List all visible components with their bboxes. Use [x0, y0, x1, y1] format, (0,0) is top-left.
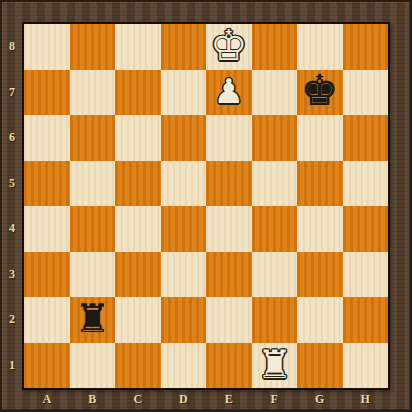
square-b8[interactable]: [70, 24, 116, 70]
rank-label-7: 7: [0, 70, 22, 116]
square-f3[interactable]: [252, 252, 298, 298]
square-e8[interactable]: ♚: [206, 24, 252, 70]
square-g7[interactable]: ♚: [297, 70, 343, 116]
square-a1[interactable]: [24, 343, 70, 389]
square-c8[interactable]: [115, 24, 161, 70]
square-a4[interactable]: [24, 206, 70, 252]
square-c2[interactable]: [115, 297, 161, 343]
white-rook[interactable]: ♜: [257, 345, 292, 384]
square-g1[interactable]: [297, 343, 343, 389]
square-d8[interactable]: [161, 24, 207, 70]
square-h2[interactable]: [343, 297, 389, 343]
white-king[interactable]: ♚: [210, 25, 248, 67]
square-h3[interactable]: [343, 252, 389, 298]
square-b7[interactable]: [70, 70, 116, 116]
rank-label-6: 6: [0, 115, 22, 161]
square-a8[interactable]: [24, 24, 70, 70]
square-a2[interactable]: [24, 297, 70, 343]
square-e4[interactable]: [206, 206, 252, 252]
square-b5[interactable]: [70, 161, 116, 207]
square-f2[interactable]: [252, 297, 298, 343]
square-d1[interactable]: [161, 343, 207, 389]
square-c4[interactable]: [115, 206, 161, 252]
square-c6[interactable]: [115, 115, 161, 161]
file-label-h: H: [343, 389, 389, 409]
square-h8[interactable]: [343, 24, 389, 70]
file-label-a: A: [24, 389, 70, 409]
square-c7[interactable]: [115, 70, 161, 116]
rank-label-8: 8: [0, 24, 22, 70]
square-h1[interactable]: [343, 343, 389, 389]
square-a5[interactable]: [24, 161, 70, 207]
square-h5[interactable]: [343, 161, 389, 207]
square-g4[interactable]: [297, 206, 343, 252]
white-pawn[interactable]: ♟: [214, 74, 244, 108]
square-d6[interactable]: [161, 115, 207, 161]
square-f7[interactable]: [252, 70, 298, 116]
rank-labels: 87654321: [0, 24, 22, 388]
square-c3[interactable]: [115, 252, 161, 298]
square-g2[interactable]: [297, 297, 343, 343]
square-a3[interactable]: [24, 252, 70, 298]
black-king[interactable]: ♚: [301, 70, 339, 112]
square-b1[interactable]: [70, 343, 116, 389]
rank-label-3: 3: [0, 252, 22, 298]
square-e1[interactable]: [206, 343, 252, 389]
square-g6[interactable]: [297, 115, 343, 161]
rank-label-1: 1: [0, 343, 22, 389]
square-e6[interactable]: [206, 115, 252, 161]
chess-board-widget: 87654321 ABCDEFGH ♚♟♚♜♜: [0, 0, 412, 412]
square-a6[interactable]: [24, 115, 70, 161]
square-b3[interactable]: [70, 252, 116, 298]
file-label-f: F: [252, 389, 298, 409]
board-frame: ♚♟♚♜♜: [22, 22, 390, 390]
square-g5[interactable]: [297, 161, 343, 207]
square-b6[interactable]: [70, 115, 116, 161]
rank-label-5: 5: [0, 161, 22, 207]
square-e3[interactable]: [206, 252, 252, 298]
square-d2[interactable]: [161, 297, 207, 343]
square-g8[interactable]: [297, 24, 343, 70]
square-e7[interactable]: ♟: [206, 70, 252, 116]
square-f8[interactable]: [252, 24, 298, 70]
square-c5[interactable]: [115, 161, 161, 207]
square-f4[interactable]: [252, 206, 298, 252]
square-d7[interactable]: [161, 70, 207, 116]
square-d4[interactable]: [161, 206, 207, 252]
board-grid: ♚♟♚♜♜: [24, 24, 388, 388]
square-e5[interactable]: [206, 161, 252, 207]
square-g3[interactable]: [297, 252, 343, 298]
square-a7[interactable]: [24, 70, 70, 116]
square-h4[interactable]: [343, 206, 389, 252]
square-f1[interactable]: ♜: [252, 343, 298, 389]
file-label-c: C: [115, 389, 161, 409]
square-h7[interactable]: [343, 70, 389, 116]
rank-label-4: 4: [0, 206, 22, 252]
file-label-e: E: [206, 389, 252, 409]
square-d3[interactable]: [161, 252, 207, 298]
file-label-d: D: [161, 389, 207, 409]
square-b4[interactable]: [70, 206, 116, 252]
square-f5[interactable]: [252, 161, 298, 207]
file-label-g: G: [297, 389, 343, 409]
square-h6[interactable]: [343, 115, 389, 161]
black-rook[interactable]: ♜: [75, 299, 110, 338]
file-labels: ABCDEFGH: [24, 389, 388, 409]
square-b2[interactable]: ♜: [70, 297, 116, 343]
rank-label-2: 2: [0, 297, 22, 343]
square-c1[interactable]: [115, 343, 161, 389]
square-f6[interactable]: [252, 115, 298, 161]
square-d5[interactable]: [161, 161, 207, 207]
file-label-b: B: [70, 389, 116, 409]
square-e2[interactable]: [206, 297, 252, 343]
